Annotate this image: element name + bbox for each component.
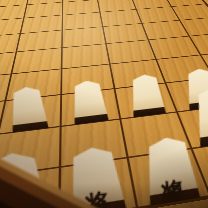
square-3-5[interactable] xyxy=(107,40,157,64)
piece-kanji: 飛車 xyxy=(207,110,208,121)
piece-kanji: 歩 xyxy=(15,104,42,113)
square-4-7[interactable]: 歩 xyxy=(62,89,122,127)
piece-kanji: 金将 xyxy=(83,174,109,188)
piece-kanji: 歩 xyxy=(135,91,159,99)
shogi-board-photo: 香車桂馬銀将金将玉将金将銀将桂馬香車飛車角行歩歩歩歩歩歩歩歩歩歩歩歩歩歩歩歩歩歩… xyxy=(0,0,208,208)
square-4-5[interactable] xyxy=(62,44,110,69)
square-5-5[interactable] xyxy=(12,48,63,74)
square-3-9[interactable]: 銀将 xyxy=(129,149,208,208)
piece-kanji: 歩 xyxy=(76,97,101,106)
piece-kanji: 銀将 xyxy=(159,163,183,176)
